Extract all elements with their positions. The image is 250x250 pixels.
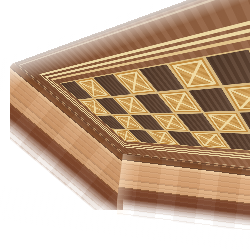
box-side-front-wood [117,154,250,250]
box-side-front [117,154,250,250]
chess-box-photo [0,0,250,250]
